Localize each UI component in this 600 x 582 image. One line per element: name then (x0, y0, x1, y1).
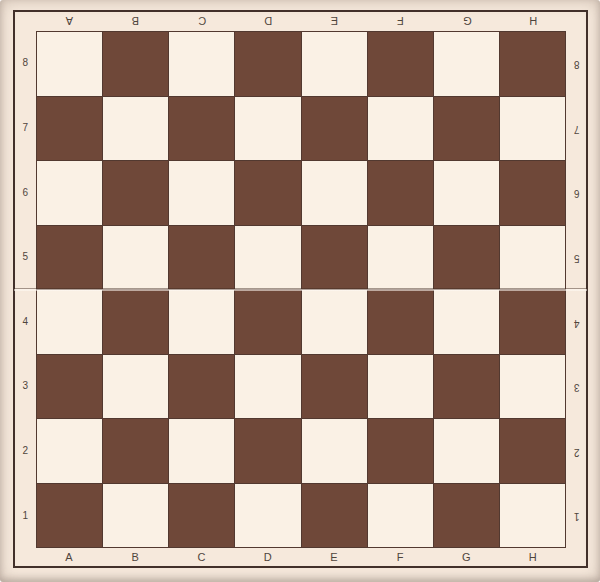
square-a4[interactable] (37, 290, 102, 354)
right-rank-labels: 87654321 (567, 31, 586, 548)
chessboard-photo: ABCDEFGH 87654321 87654321 ABCDEFGH (0, 0, 600, 582)
square-h3[interactable] (500, 355, 565, 419)
top-file-label-e: E (301, 11, 367, 31)
left-rank-label-5: 5 (15, 225, 36, 290)
square-g7[interactable] (434, 97, 499, 161)
square-g6[interactable] (434, 161, 499, 225)
square-d3[interactable] (235, 355, 300, 419)
square-a8[interactable] (37, 32, 102, 96)
square-b7[interactable] (103, 97, 168, 161)
square-c5[interactable] (169, 226, 234, 290)
square-h6[interactable] (500, 161, 565, 225)
square-h4[interactable] (500, 290, 565, 354)
square-d1[interactable] (235, 484, 300, 548)
square-f1[interactable] (368, 484, 433, 548)
square-c8[interactable] (169, 32, 234, 96)
left-rank-label-7: 7 (15, 96, 36, 161)
right-rank-label-1: 1 (567, 483, 586, 548)
square-h5[interactable] (500, 226, 565, 290)
square-f6[interactable] (368, 161, 433, 225)
square-f5[interactable] (368, 226, 433, 290)
square-c3[interactable] (169, 355, 234, 419)
square-b3[interactable] (103, 355, 168, 419)
square-b4[interactable] (103, 290, 168, 354)
left-rank-label-6: 6 (15, 160, 36, 225)
square-b6[interactable] (103, 161, 168, 225)
bottom-file-label-e: E (301, 548, 367, 567)
left-rank-label-1: 1 (15, 483, 36, 548)
left-rank-labels: 87654321 (15, 31, 36, 548)
square-c7[interactable] (169, 97, 234, 161)
square-f8[interactable] (368, 32, 433, 96)
square-e8[interactable] (302, 32, 367, 96)
bottom-file-label-a: A (36, 548, 102, 567)
top-file-labels: ABCDEFGH (36, 11, 566, 31)
chessboard-grid (36, 31, 566, 548)
top-file-label-c: C (169, 11, 235, 31)
square-e4[interactable] (302, 290, 367, 354)
bottom-file-label-b: B (102, 548, 168, 567)
bottom-file-label-d: D (235, 548, 301, 567)
top-file-label-d: D (235, 11, 301, 31)
square-a3[interactable] (37, 355, 102, 419)
square-b2[interactable] (103, 419, 168, 483)
square-a7[interactable] (37, 97, 102, 161)
top-file-label-a: A (36, 11, 102, 31)
square-a6[interactable] (37, 161, 102, 225)
square-c2[interactable] (169, 419, 234, 483)
square-g3[interactable] (434, 355, 499, 419)
bottom-file-label-c: C (169, 548, 235, 567)
square-d7[interactable] (235, 97, 300, 161)
square-e5[interactable] (302, 226, 367, 290)
square-f7[interactable] (368, 97, 433, 161)
bottom-file-label-f: F (367, 548, 433, 567)
square-e3[interactable] (302, 355, 367, 419)
right-rank-label-5: 5 (567, 225, 586, 290)
right-rank-label-3: 3 (567, 354, 586, 419)
square-a5[interactable] (37, 226, 102, 290)
square-f4[interactable] (368, 290, 433, 354)
square-g8[interactable] (434, 32, 499, 96)
left-rank-label-8: 8 (15, 31, 36, 96)
top-file-label-f: F (367, 11, 433, 31)
square-d6[interactable] (235, 161, 300, 225)
left-rank-label-3: 3 (15, 354, 36, 419)
square-e6[interactable] (302, 161, 367, 225)
top-file-label-b: B (102, 11, 168, 31)
square-d5[interactable] (235, 226, 300, 290)
square-g5[interactable] (434, 226, 499, 290)
square-h2[interactable] (500, 419, 565, 483)
square-h7[interactable] (500, 97, 565, 161)
square-e2[interactable] (302, 419, 367, 483)
square-c6[interactable] (169, 161, 234, 225)
square-a1[interactable] (37, 484, 102, 548)
square-g1[interactable] (434, 484, 499, 548)
square-d8[interactable] (235, 32, 300, 96)
square-d4[interactable] (235, 290, 300, 354)
right-rank-label-2: 2 (567, 419, 586, 484)
right-rank-label-4: 4 (567, 290, 586, 355)
square-g4[interactable] (434, 290, 499, 354)
square-g2[interactable] (434, 419, 499, 483)
square-e1[interactable] (302, 484, 367, 548)
top-file-label-h: H (500, 11, 566, 31)
square-d2[interactable] (235, 419, 300, 483)
right-rank-label-6: 6 (567, 160, 586, 225)
square-c1[interactable] (169, 484, 234, 548)
bottom-file-label-g: G (434, 548, 500, 567)
square-f2[interactable] (368, 419, 433, 483)
left-rank-label-4: 4 (15, 290, 36, 355)
left-rank-label-2: 2 (15, 419, 36, 484)
square-a2[interactable] (37, 419, 102, 483)
square-e7[interactable] (302, 97, 367, 161)
square-f3[interactable] (368, 355, 433, 419)
bottom-file-labels: ABCDEFGH (36, 548, 566, 567)
bottom-file-label-h: H (500, 548, 566, 567)
square-b1[interactable] (103, 484, 168, 548)
square-h8[interactable] (500, 32, 565, 96)
right-rank-label-7: 7 (567, 96, 586, 161)
square-b8[interactable] (103, 32, 168, 96)
square-h1[interactable] (500, 484, 565, 548)
square-c4[interactable] (169, 290, 234, 354)
square-b5[interactable] (103, 226, 168, 290)
right-rank-label-8: 8 (567, 31, 586, 96)
top-file-label-g: G (434, 11, 500, 31)
